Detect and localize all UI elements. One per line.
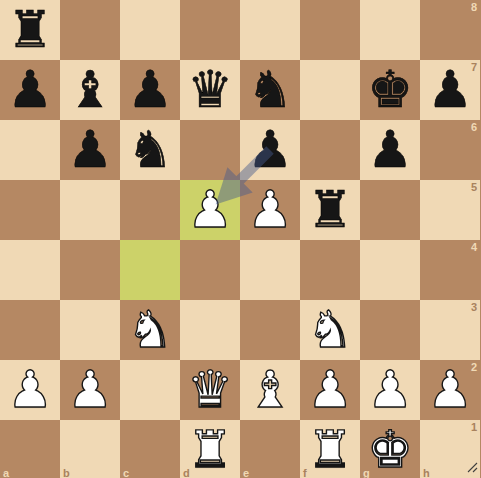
square-h6[interactable]: 6 (420, 120, 480, 180)
square-f6[interactable] (300, 120, 360, 180)
coord-rank-2: 2 (471, 361, 477, 373)
square-g4[interactable] (360, 240, 420, 300)
square-d4[interactable] (180, 240, 240, 300)
black-rook[interactable]: ♜ (0, 0, 60, 60)
white-knight[interactable]: ♞ (300, 300, 360, 360)
coord-file-f: f (303, 467, 307, 478)
coord-rank-4: 4 (471, 241, 477, 253)
square-g6[interactable]: ♟ (360, 120, 420, 180)
black-rook[interactable]: ♜ (300, 180, 360, 240)
square-g5[interactable] (360, 180, 420, 240)
square-e4[interactable] (240, 240, 300, 300)
square-e5[interactable]: ♟ (240, 180, 300, 240)
square-d6[interactable] (180, 120, 240, 180)
square-b2[interactable]: ♟ (60, 360, 120, 420)
white-pawn[interactable]: ♟ (240, 180, 300, 240)
white-pawn[interactable]: ♟ (60, 360, 120, 420)
white-bishop[interactable]: ♝ (240, 360, 300, 420)
coord-rank-5: 5 (471, 181, 477, 193)
square-e1[interactable]: e (240, 420, 300, 478)
square-e6[interactable]: ♟ (240, 120, 300, 180)
square-h2[interactable]: ♟2 (420, 360, 480, 420)
square-g2[interactable]: ♟ (360, 360, 420, 420)
square-b3[interactable] (60, 300, 120, 360)
square-h5[interactable]: 5 (420, 180, 480, 240)
square-f5[interactable]: ♜ (300, 180, 360, 240)
white-knight[interactable]: ♞ (120, 300, 180, 360)
white-rook[interactable]: ♜ (300, 420, 360, 478)
square-d5[interactable]: ♟ (180, 180, 240, 240)
coord-file-c: c (123, 467, 129, 478)
black-king[interactable]: ♚ (360, 60, 420, 120)
coord-file-h: h (423, 467, 430, 478)
square-f3[interactable]: ♞ (300, 300, 360, 360)
square-f4[interactable] (300, 240, 360, 300)
coord-file-e: e (243, 467, 249, 478)
square-c1[interactable]: c (120, 420, 180, 478)
square-f7[interactable] (300, 60, 360, 120)
square-b1[interactable]: b (60, 420, 120, 478)
square-e8[interactable] (240, 0, 300, 60)
square-b6[interactable]: ♟ (60, 120, 120, 180)
square-h7[interactable]: ♟7 (420, 60, 480, 120)
black-pawn[interactable]: ♟ (360, 120, 420, 180)
black-pawn[interactable]: ♟ (120, 60, 180, 120)
white-pawn[interactable]: ♟ (300, 360, 360, 420)
square-e7[interactable]: ♞ (240, 60, 300, 120)
black-knight[interactable]: ♞ (240, 60, 300, 120)
square-c3[interactable]: ♞ (120, 300, 180, 360)
square-f8[interactable] (300, 0, 360, 60)
resize-handle-icon[interactable] (465, 460, 479, 474)
square-a4[interactable] (0, 240, 60, 300)
black-pawn[interactable]: ♟ (0, 60, 60, 120)
square-c6[interactable]: ♞ (120, 120, 180, 180)
black-pawn[interactable]: ♟ (240, 120, 300, 180)
square-a7[interactable]: ♟ (0, 60, 60, 120)
square-b7[interactable]: ♝ (60, 60, 120, 120)
coord-file-a: a (3, 467, 9, 478)
square-c5[interactable] (120, 180, 180, 240)
coord-rank-3: 3 (471, 301, 477, 313)
coord-rank-7: 7 (471, 61, 477, 73)
coord-rank-1: 1 (471, 421, 477, 433)
square-a8[interactable]: ♜ (0, 0, 60, 60)
square-a6[interactable] (0, 120, 60, 180)
square-h3[interactable]: 3 (420, 300, 480, 360)
square-g3[interactable] (360, 300, 420, 360)
coord-file-b: b (63, 467, 70, 478)
coord-rank-6: 6 (471, 121, 477, 133)
square-c8[interactable] (120, 0, 180, 60)
square-f2[interactable]: ♟ (300, 360, 360, 420)
square-a1[interactable]: a (0, 420, 60, 478)
square-a3[interactable] (0, 300, 60, 360)
square-d7[interactable]: ♛ (180, 60, 240, 120)
square-g8[interactable] (360, 0, 420, 60)
square-c2[interactable] (120, 360, 180, 420)
black-knight[interactable]: ♞ (120, 120, 180, 180)
coord-rank-8: 8 (471, 1, 477, 13)
square-b8[interactable] (60, 0, 120, 60)
coord-file-g: g (363, 467, 370, 478)
white-queen[interactable]: ♛ (180, 360, 240, 420)
square-a5[interactable] (0, 180, 60, 240)
square-g7[interactable]: ♚ (360, 60, 420, 120)
black-pawn[interactable]: ♟ (60, 120, 120, 180)
square-b5[interactable] (60, 180, 120, 240)
square-c7[interactable]: ♟ (120, 60, 180, 120)
chess-board[interactable]: ♜8♟♝♟♛♞♚♟7♟♞♟♟6♟♟♜54♞♞3♟♟♛♝♟♟♟2abc♜de♜f♚… (0, 0, 480, 478)
square-c4[interactable] (120, 240, 180, 300)
coord-file-d: d (183, 467, 190, 478)
square-f1[interactable]: ♜f (300, 420, 360, 478)
square-d1[interactable]: ♜d (180, 420, 240, 478)
square-h8[interactable]: 8 (420, 0, 480, 60)
square-d3[interactable] (180, 300, 240, 360)
square-d2[interactable]: ♛ (180, 360, 240, 420)
square-e2[interactable]: ♝ (240, 360, 300, 420)
white-pawn[interactable]: ♟ (180, 180, 240, 240)
square-g1[interactable]: ♚g (360, 420, 420, 478)
square-d8[interactable] (180, 0, 240, 60)
square-h4[interactable]: 4 (420, 240, 480, 300)
white-pawn[interactable]: ♟ (360, 360, 420, 420)
black-bishop[interactable]: ♝ (60, 60, 120, 120)
square-a2[interactable]: ♟ (0, 360, 60, 420)
square-e3[interactable] (240, 300, 300, 360)
square-b4[interactable] (60, 240, 120, 300)
black-queen[interactable]: ♛ (180, 60, 240, 120)
white-pawn[interactable]: ♟ (0, 360, 60, 420)
